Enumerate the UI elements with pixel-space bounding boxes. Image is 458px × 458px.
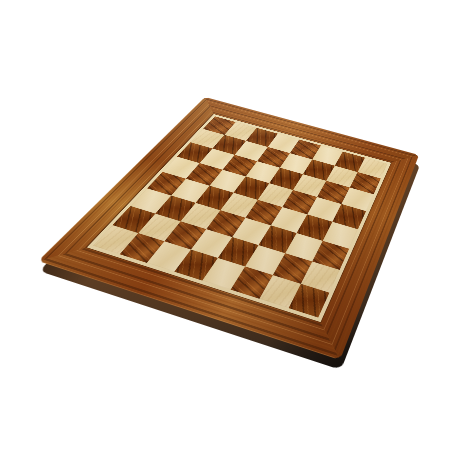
product-photo-stage: [0, 0, 458, 458]
